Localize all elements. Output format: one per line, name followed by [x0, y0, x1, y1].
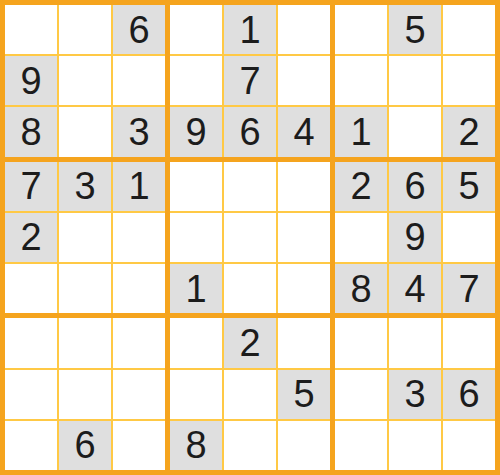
cell-r2c7[interactable] — [335, 56, 387, 105]
cell-r5c4[interactable] — [170, 213, 222, 262]
sudoku-box-1: 6983 — [5, 5, 165, 157]
cell-r3c7[interactable]: 1 — [335, 107, 387, 156]
cell-r2c1[interactable]: 9 — [5, 56, 57, 105]
cell-r7c6[interactable] — [278, 318, 330, 367]
cell-r3c9[interactable]: 2 — [443, 107, 495, 156]
cell-r8c2[interactable] — [59, 370, 111, 419]
cell-r5c1[interactable]: 2 — [5, 213, 57, 262]
cell-r2c9[interactable] — [443, 56, 495, 105]
cell-r5c7[interactable] — [335, 213, 387, 262]
cell-r7c9[interactable] — [443, 318, 495, 367]
cell-r1c9[interactable] — [443, 5, 495, 54]
cell-r8c4[interactable] — [170, 370, 222, 419]
cell-r8c5[interactable] — [224, 370, 276, 419]
cell-r8c6[interactable]: 5 — [278, 370, 330, 419]
cell-r9c7[interactable] — [335, 421, 387, 470]
cell-r8c3[interactable] — [113, 370, 165, 419]
cell-r6c9[interactable]: 7 — [443, 264, 495, 313]
cell-r2c3[interactable] — [113, 56, 165, 105]
cell-r9c9[interactable] — [443, 421, 495, 470]
cell-r7c8[interactable] — [389, 318, 441, 367]
cell-r9c5[interactable] — [224, 421, 276, 470]
cell-r9c8[interactable] — [389, 421, 441, 470]
cell-r1c4[interactable] — [170, 5, 222, 54]
sudoku-box-9: 36 — [335, 318, 495, 470]
cell-r4c8[interactable]: 6 — [389, 162, 441, 211]
sudoku-box-8: 258 — [170, 318, 330, 470]
cell-r8c8[interactable]: 3 — [389, 370, 441, 419]
cell-r8c7[interactable] — [335, 370, 387, 419]
cell-r5c9[interactable] — [443, 213, 495, 262]
cell-r3c3[interactable]: 3 — [113, 107, 165, 156]
sudoku-box-5: 1 — [170, 162, 330, 314]
cell-r6c4[interactable]: 1 — [170, 264, 222, 313]
cell-r1c6[interactable] — [278, 5, 330, 54]
cell-r8c1[interactable] — [5, 370, 57, 419]
cell-r4c6[interactable] — [278, 162, 330, 211]
sudoku-box-6: 2659847 — [335, 162, 495, 314]
cell-r7c3[interactable] — [113, 318, 165, 367]
cell-r5c3[interactable] — [113, 213, 165, 262]
cell-r1c7[interactable] — [335, 5, 387, 54]
cell-r1c1[interactable] — [5, 5, 57, 54]
cell-r7c7[interactable] — [335, 318, 387, 367]
cell-r5c6[interactable] — [278, 213, 330, 262]
cell-r4c3[interactable]: 1 — [113, 162, 165, 211]
cell-r4c4[interactable] — [170, 162, 222, 211]
cell-r7c4[interactable] — [170, 318, 222, 367]
cell-r2c8[interactable] — [389, 56, 441, 105]
cell-r5c8[interactable]: 9 — [389, 213, 441, 262]
cell-r9c1[interactable] — [5, 421, 57, 470]
cell-r3c4[interactable]: 9 — [170, 107, 222, 156]
cell-r9c4[interactable]: 8 — [170, 421, 222, 470]
cell-r2c2[interactable] — [59, 56, 111, 105]
cell-r6c5[interactable] — [224, 264, 276, 313]
cell-r9c3[interactable] — [113, 421, 165, 470]
cell-r7c1[interactable] — [5, 318, 57, 367]
sudoku-box-3: 512 — [335, 5, 495, 157]
cell-r6c3[interactable] — [113, 264, 165, 313]
cell-r1c5[interactable]: 1 — [224, 5, 276, 54]
cell-r2c6[interactable] — [278, 56, 330, 105]
cell-r4c1[interactable]: 7 — [5, 162, 57, 211]
cell-r6c8[interactable]: 4 — [389, 264, 441, 313]
cell-r3c8[interactable] — [389, 107, 441, 156]
cell-r5c5[interactable] — [224, 213, 276, 262]
cell-r4c9[interactable]: 5 — [443, 162, 495, 211]
cell-r1c3[interactable]: 6 — [113, 5, 165, 54]
cell-r3c5[interactable]: 6 — [224, 107, 276, 156]
cell-r2c5[interactable]: 7 — [224, 56, 276, 105]
cell-r4c2[interactable]: 3 — [59, 162, 111, 211]
cell-r4c5[interactable] — [224, 162, 276, 211]
sudoku-board: 698317964512731212659847625836 — [0, 0, 500, 475]
cell-r1c8[interactable]: 5 — [389, 5, 441, 54]
cell-r6c7[interactable]: 8 — [335, 264, 387, 313]
cell-r3c6[interactable]: 4 — [278, 107, 330, 156]
sudoku-box-4: 7312 — [5, 162, 165, 314]
cell-r3c1[interactable]: 8 — [5, 107, 57, 156]
cell-r7c5[interactable]: 2 — [224, 318, 276, 367]
cell-r3c2[interactable] — [59, 107, 111, 156]
cell-r6c2[interactable] — [59, 264, 111, 313]
cell-r6c6[interactable] — [278, 264, 330, 313]
cell-r8c9[interactable]: 6 — [443, 370, 495, 419]
sudoku-box-2: 17964 — [170, 5, 330, 157]
cell-r9c2[interactable]: 6 — [59, 421, 111, 470]
cell-r2c4[interactable] — [170, 56, 222, 105]
cell-r4c7[interactable]: 2 — [335, 162, 387, 211]
cell-r7c2[interactable] — [59, 318, 111, 367]
sudoku-box-7: 6 — [5, 318, 165, 470]
cell-r1c2[interactable] — [59, 5, 111, 54]
cell-r9c6[interactable] — [278, 421, 330, 470]
cell-r6c1[interactable] — [5, 264, 57, 313]
cell-r5c2[interactable] — [59, 213, 111, 262]
